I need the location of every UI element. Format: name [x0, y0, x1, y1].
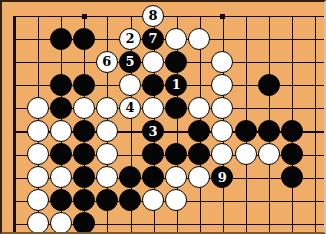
black-stone: [73, 28, 95, 50]
star-point: [220, 14, 225, 19]
black-stone-move-3: 3: [142, 120, 164, 142]
black-stone: [50, 143, 72, 165]
white-stone: [96, 166, 118, 188]
white-stone: [258, 143, 280, 165]
white-stone: [27, 120, 49, 142]
white-stone: [188, 28, 210, 50]
white-stone: [211, 51, 233, 73]
black-stone-move-7: 7: [142, 28, 164, 50]
black-stone: [73, 74, 95, 96]
white-stone-move-4: 4: [119, 97, 141, 119]
star-point: [82, 14, 87, 19]
black-stone: [50, 189, 72, 211]
black-stone: [281, 166, 303, 188]
white-stone-move-6: 6: [96, 51, 118, 73]
white-stone: [27, 143, 49, 165]
white-stone: [119, 74, 141, 96]
black-stone: [73, 212, 95, 234]
black-stone: [50, 74, 72, 96]
white-stone: [27, 166, 49, 188]
white-stone: [50, 166, 72, 188]
black-stone: [50, 97, 72, 119]
white-stone: [73, 97, 95, 119]
black-stone-move-5: 5: [119, 51, 141, 73]
white-stone-move-8: 8: [142, 5, 164, 27]
white-stone: [27, 97, 49, 119]
black-stone: [50, 28, 72, 50]
white-stone: [142, 97, 164, 119]
black-stone: [258, 74, 280, 96]
white-stone: [96, 97, 118, 119]
black-stone: [73, 166, 95, 188]
white-stone: [50, 120, 72, 142]
black-stone: [165, 97, 187, 119]
white-stone: [27, 212, 49, 234]
black-stone: [165, 51, 187, 73]
black-stone: [281, 120, 303, 142]
black-stone: [73, 189, 95, 211]
board-left-edge-line: [13, 16, 16, 233]
black-stone: [281, 143, 303, 165]
white-stone: [96, 120, 118, 142]
black-stone: [235, 120, 257, 142]
black-stone: [258, 120, 280, 142]
white-stone: [235, 143, 257, 165]
go-board: 827651439: [0, 0, 326, 234]
white-stone-move-2: 2: [119, 28, 141, 50]
black-stone: [73, 120, 95, 142]
white-stone: [50, 212, 72, 234]
white-stone: [142, 51, 164, 73]
white-stone: [165, 28, 187, 50]
black-stone: [142, 74, 164, 96]
white-stone: [27, 189, 49, 211]
black-stone-move-1: 1: [165, 74, 187, 96]
white-stone: [96, 143, 118, 165]
black-stone: [73, 143, 95, 165]
